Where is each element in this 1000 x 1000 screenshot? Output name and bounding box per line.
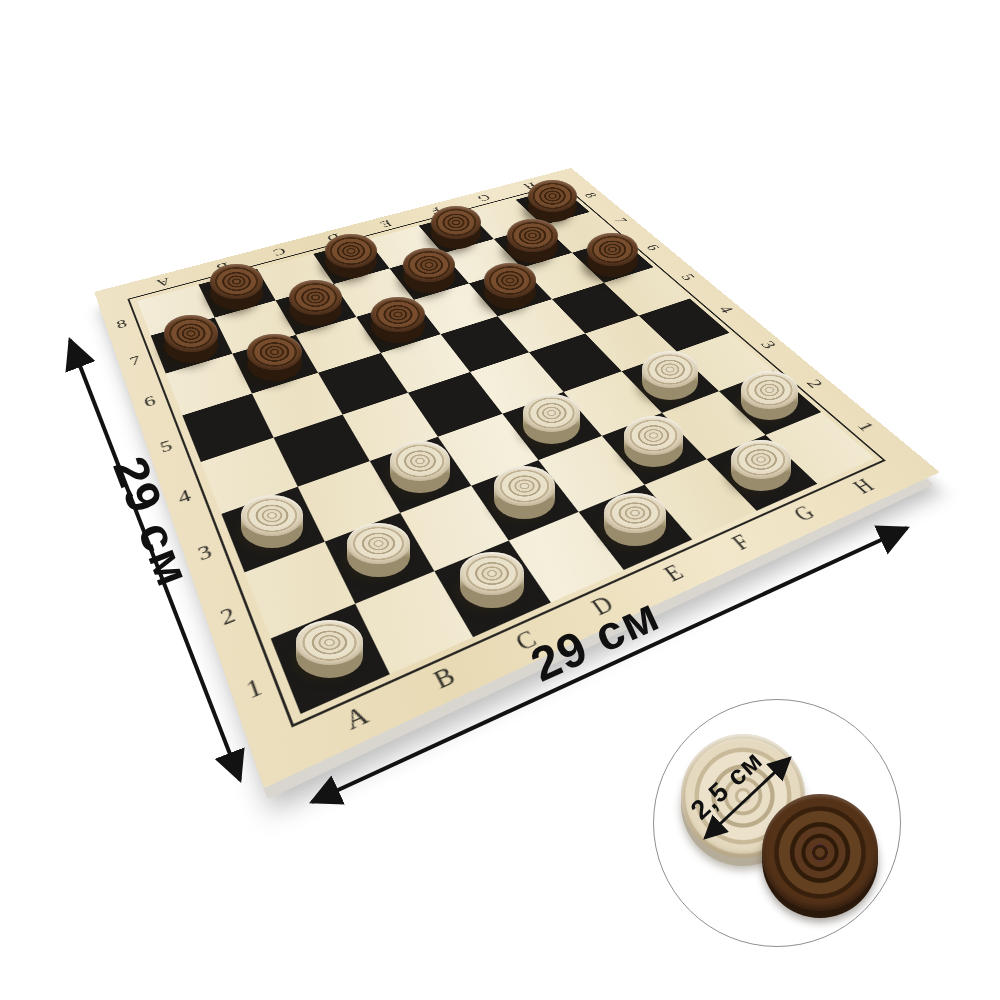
pc-top (390, 441, 450, 480)
checker-white-a3[interactable] (241, 495, 303, 548)
pc-top (460, 552, 524, 594)
pc-top (371, 297, 425, 333)
checker-white-e1[interactable] (604, 493, 666, 546)
checker-white-c3[interactable] (390, 441, 450, 493)
pc-top (431, 206, 481, 239)
checker-white-f2[interactable] (624, 416, 683, 467)
pc-top (528, 180, 577, 212)
checker-white-h2[interactable] (741, 371, 798, 420)
pc-top (484, 263, 537, 298)
pc-top (325, 234, 376, 268)
checker-brown-b6[interactable] (247, 334, 303, 382)
inset-dark-checker (762, 794, 878, 918)
checker-white-e3[interactable] (523, 394, 581, 444)
pc-top (507, 219, 558, 252)
pc-top (523, 394, 581, 432)
rank-label-right-3: 3 (735, 329, 803, 362)
rank-label-right-7: 7 (592, 209, 649, 232)
checker-white-b2[interactable] (347, 523, 410, 577)
pc-top (642, 351, 698, 388)
checker-white-a1[interactable] (296, 620, 363, 678)
inset-dark-checker-face (762, 794, 878, 911)
pc-top (604, 493, 666, 534)
pc-top (210, 264, 263, 299)
checker-brown-f8[interactable] (431, 206, 481, 249)
checker-brown-h8[interactable] (528, 180, 577, 222)
pc-top (241, 495, 303, 536)
pc-top (164, 315, 219, 351)
checker-brown-e7[interactable] (403, 248, 455, 293)
rank-label-right-5: 5 (657, 264, 719, 291)
pc-top (403, 248, 455, 282)
pc-top (296, 620, 363, 664)
checker-white-c1[interactable] (460, 552, 524, 607)
pc-top (741, 371, 798, 409)
checker-brown-f6[interactable] (484, 263, 537, 308)
checker-brown-c7[interactable] (289, 280, 342, 326)
checker-brown-g7[interactable] (507, 219, 558, 263)
rank-label-right-4: 4 (694, 295, 759, 325)
checker-brown-d6[interactable] (371, 297, 425, 343)
checker-white-d2[interactable] (494, 466, 555, 518)
pc-top (731, 440, 791, 479)
pc-top (494, 466, 555, 506)
checker-brown-a7[interactable] (164, 315, 219, 362)
checker-brown-d8[interactable] (325, 234, 376, 278)
checker-white-g3[interactable] (642, 351, 698, 399)
checker-brown-b8[interactable] (210, 264, 263, 309)
checker-brown-h6[interactable] (587, 233, 638, 277)
checker-white-g1[interactable] (731, 440, 791, 491)
pc-top (624, 416, 683, 455)
